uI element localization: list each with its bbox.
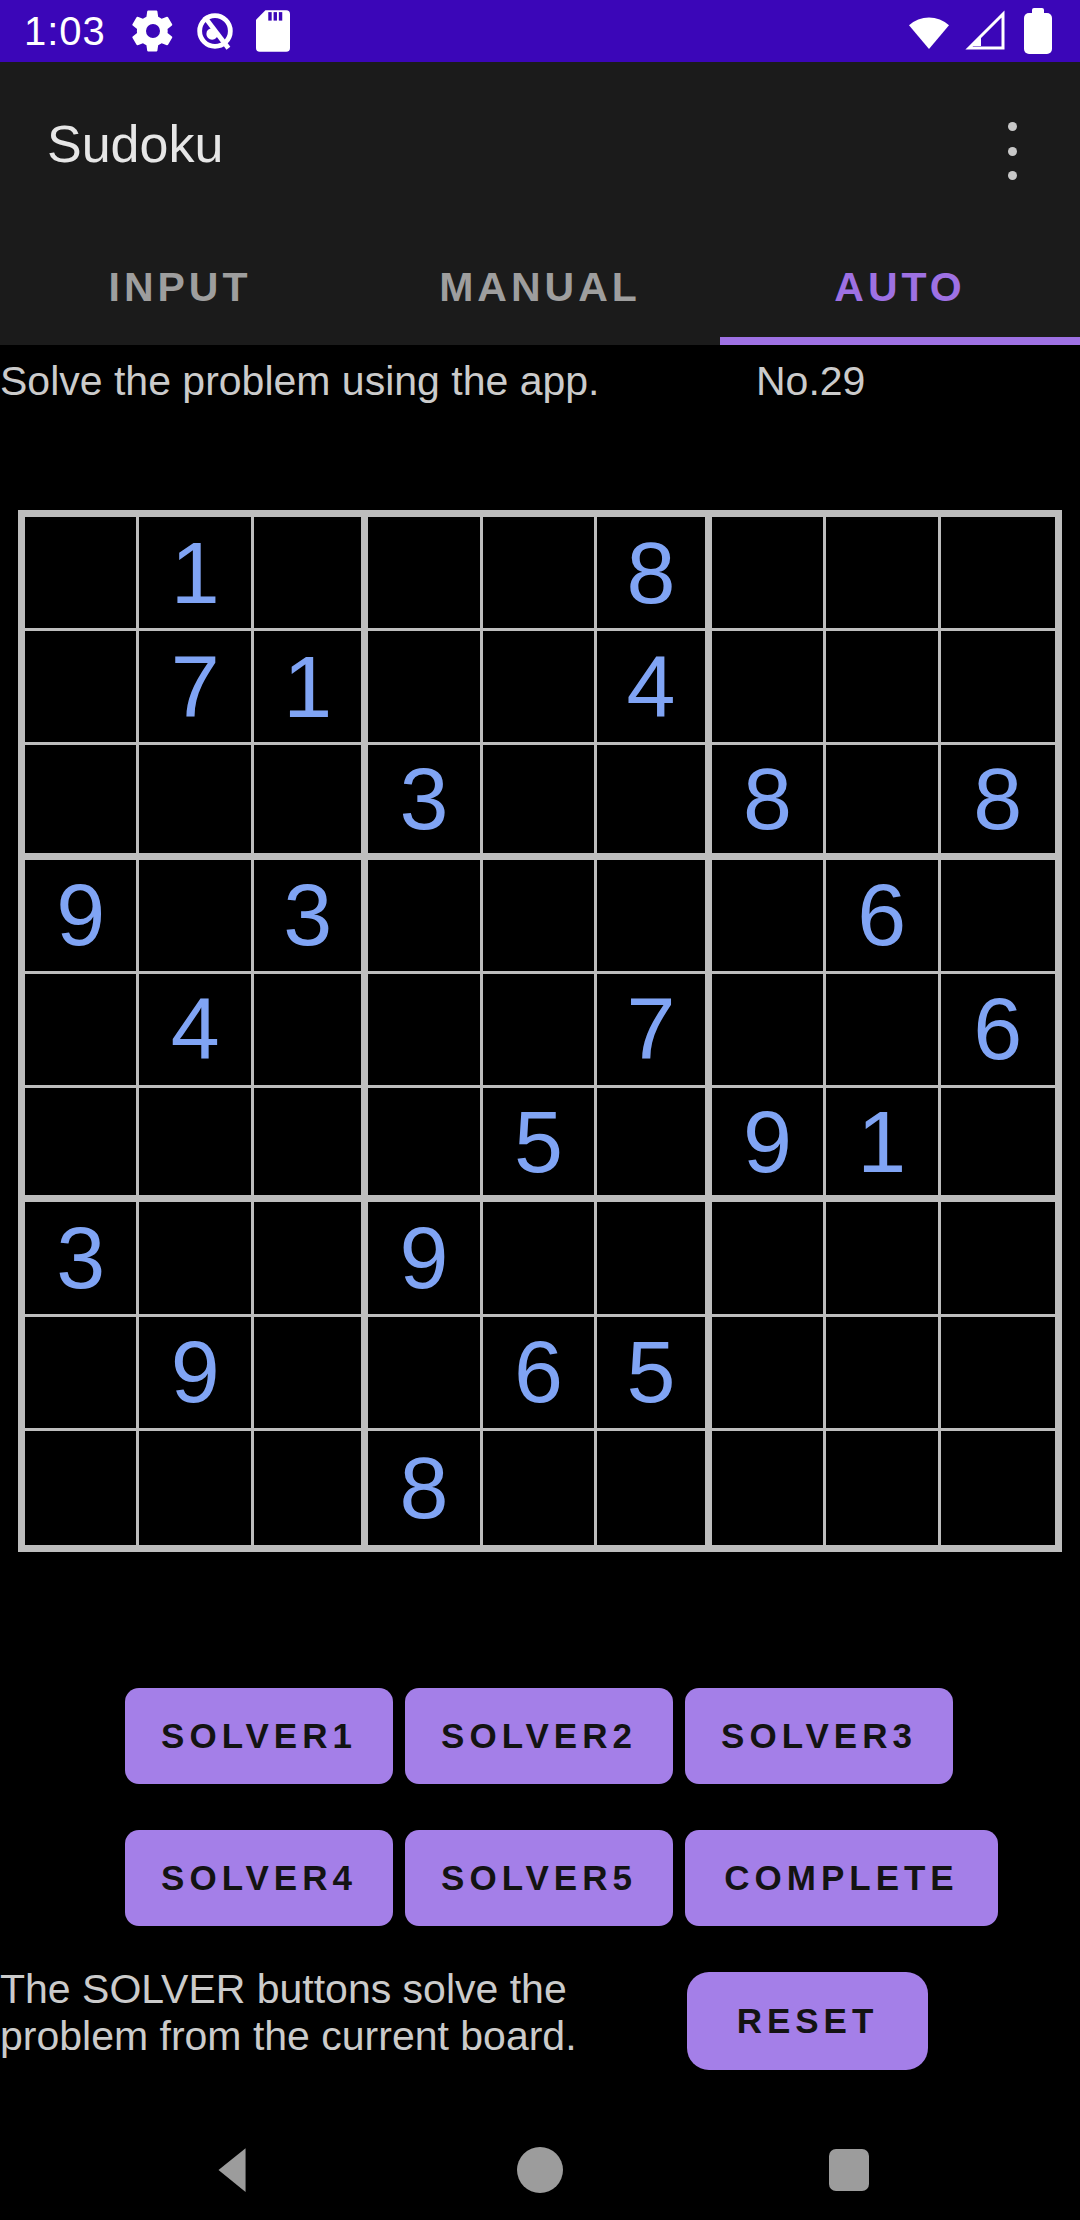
app-header: Sudoku INPUT MANUAL AUTO (0, 62, 1080, 345)
sudoku-cell-r3c3[interactable] (254, 745, 368, 859)
sudoku-cell-r7c3[interactable] (254, 1202, 368, 1316)
wifi-icon (906, 11, 952, 51)
sudoku-cell-r1c1[interactable] (25, 517, 139, 631)
sudoku-cell-r5c1[interactable] (25, 974, 139, 1088)
sudoku-cell-r3c6[interactable] (597, 745, 711, 859)
sudoku-cell-r6c5[interactable]: 5 (483, 1088, 597, 1202)
sudoku-cell-r7c1[interactable]: 3 (25, 1202, 139, 1316)
sudoku-cell-r9c5[interactable] (483, 1431, 597, 1545)
sudoku-cell-r2c2[interactable]: 7 (139, 631, 253, 745)
sudoku-cell-r8c6[interactable]: 5 (597, 1317, 711, 1431)
sudoku-cell-r2c9[interactable] (941, 631, 1055, 745)
tab-bar: INPUT MANUAL AUTO (0, 230, 1080, 345)
overflow-menu-icon[interactable] (992, 120, 1032, 182)
solver-note-text: The SOLVER buttons solve the problem fro… (0, 1966, 577, 2060)
sudoku-cell-r1c7[interactable] (712, 517, 826, 631)
tab-auto[interactable]: AUTO (720, 230, 1080, 345)
sudoku-cell-r1c4[interactable] (368, 517, 482, 631)
sudoku-cell-r9c3[interactable] (254, 1431, 368, 1545)
sudoku-cell-r8c3[interactable] (254, 1317, 368, 1431)
sudoku-cell-r1c3[interactable] (254, 517, 368, 631)
sudoku-cell-r5c3[interactable] (254, 974, 368, 1088)
sudoku-cell-r7c5[interactable] (483, 1202, 597, 1316)
sudoku-cell-r1c5[interactable] (483, 517, 597, 631)
sudoku-cell-r7c7[interactable] (712, 1202, 826, 1316)
sudoku-cell-r7c2[interactable] (139, 1202, 253, 1316)
sudoku-cell-r5c5[interactable] (483, 974, 597, 1088)
sudoku-cell-r3c7[interactable]: 8 (712, 745, 826, 859)
solver-button-row-2: SOLVER4 SOLVER5 COMPLETE (125, 1830, 998, 1926)
sudoku-cell-r3c9[interactable]: 8 (941, 745, 1055, 859)
sudoku-cell-r8c7[interactable] (712, 1317, 826, 1431)
recents-icon[interactable] (809, 2120, 889, 2220)
page-title: Sudoku (47, 114, 223, 174)
active-tab-indicator (720, 337, 1080, 345)
sudoku-cell-r4c4[interactable] (368, 860, 482, 974)
sudoku-cell-r6c4[interactable] (368, 1088, 482, 1202)
sudoku-cell-r6c2[interactable] (139, 1088, 253, 1202)
sudoku-board: 18714388936476591399658 (18, 510, 1062, 1552)
back-icon[interactable] (191, 2120, 271, 2220)
sudoku-cell-r3c1[interactable] (25, 745, 139, 859)
phone-screen: 1:03 Sudoku INPUT MANUAL AUT (0, 0, 1080, 2220)
sudoku-cell-r6c7[interactable]: 9 (712, 1088, 826, 1202)
sudoku-cell-r9c2[interactable] (139, 1431, 253, 1545)
sudoku-cell-r2c7[interactable] (712, 631, 826, 745)
sudoku-cell-r5c2[interactable]: 4 (139, 974, 253, 1088)
sudoku-cell-r4c7[interactable] (712, 860, 826, 974)
complete-button[interactable]: COMPLETE (685, 1830, 998, 1926)
tab-manual[interactable]: MANUAL (360, 230, 720, 345)
sudoku-cell-r6c9[interactable] (941, 1088, 1055, 1202)
home-icon[interactable] (500, 2120, 580, 2220)
sudoku-cell-r6c6[interactable] (597, 1088, 711, 1202)
solver2-button[interactable]: SOLVER2 (405, 1688, 673, 1784)
sudoku-cell-r5c9[interactable]: 6 (941, 974, 1055, 1088)
solver4-button[interactable]: SOLVER4 (125, 1830, 393, 1926)
sudoku-cell-r4c8[interactable]: 6 (826, 860, 940, 974)
battery-icon (1020, 6, 1056, 56)
sudoku-cell-r8c1[interactable] (25, 1317, 139, 1431)
sudoku-cell-r9c1[interactable] (25, 1431, 139, 1545)
sudoku-cell-r7c4[interactable]: 9 (368, 1202, 482, 1316)
sudoku-cell-r2c5[interactable] (483, 631, 597, 745)
sudoku-cell-r5c6[interactable]: 7 (597, 974, 711, 1088)
sudoku-cell-r4c6[interactable] (597, 860, 711, 974)
solver1-button[interactable]: SOLVER1 (125, 1688, 393, 1784)
sudoku-cell-r3c2[interactable] (139, 745, 253, 859)
sudoku-cell-r9c7[interactable] (712, 1431, 826, 1545)
sudoku-cell-r8c5[interactable]: 6 (483, 1317, 597, 1431)
sudoku-cell-r2c8[interactable] (826, 631, 940, 745)
solver5-button[interactable]: SOLVER5 (405, 1830, 673, 1926)
sudoku-cell-r9c4[interactable]: 8 (368, 1431, 482, 1545)
puzzle-number: No.29 (756, 358, 865, 405)
tab-input[interactable]: INPUT (0, 230, 360, 345)
instruction-text: Solve the problem using the app. (0, 358, 599, 405)
sudoku-cell-r1c6[interactable]: 8 (597, 517, 711, 631)
sudoku-cell-r6c1[interactable] (25, 1088, 139, 1202)
sudoku-cell-r4c2[interactable] (139, 860, 253, 974)
sudoku-cell-r4c1[interactable]: 9 (25, 860, 139, 974)
solver3-button[interactable]: SOLVER3 (685, 1688, 953, 1784)
sudoku-cell-r1c9[interactable] (941, 517, 1055, 631)
sudoku-cell-r2c1[interactable] (25, 631, 139, 745)
sudoku-cell-r4c9[interactable] (941, 860, 1055, 974)
clock: 1:03 (24, 9, 106, 54)
sudoku-cell-r4c3[interactable]: 3 (254, 860, 368, 974)
sudoku-cell-r8c2[interactable]: 9 (139, 1317, 253, 1431)
sudoku-cell-r3c8[interactable] (826, 745, 940, 859)
sudoku-cell-r3c5[interactable] (483, 745, 597, 859)
sudoku-cell-r2c4[interactable] (368, 631, 482, 745)
gear-icon (132, 10, 174, 52)
sudoku-cell-r7c9[interactable] (941, 1202, 1055, 1316)
sudoku-cell-r6c8[interactable]: 1 (826, 1088, 940, 1202)
sudoku-cell-r5c8[interactable] (826, 974, 940, 1088)
reset-button[interactable]: RESET (687, 1972, 928, 2070)
solver-button-row-1: SOLVER1 SOLVER2 SOLVER3 (125, 1688, 953, 1784)
android-beta-icon (192, 8, 238, 54)
cell-signal-icon (964, 9, 1008, 53)
android-nav-bar (0, 2120, 1080, 2220)
sudoku-cell-r6c3[interactable] (254, 1088, 368, 1202)
sudoku-cell-r7c8[interactable] (826, 1202, 940, 1316)
sudoku-cell-r5c4[interactable] (368, 974, 482, 1088)
sudoku-cell-r8c8[interactable] (826, 1317, 940, 1431)
sudoku-cell-r4c5[interactable] (483, 860, 597, 974)
sudoku-cell-r7c6[interactable] (597, 1202, 711, 1316)
sudoku-cell-r8c9[interactable] (941, 1317, 1055, 1431)
status-bar: 1:03 (0, 0, 1080, 62)
sudoku-cell-r9c8[interactable] (826, 1431, 940, 1545)
sudoku-cell-r1c8[interactable] (826, 517, 940, 631)
sd-card-icon (256, 8, 290, 54)
sudoku-cell-r1c2[interactable]: 1 (139, 517, 253, 631)
sudoku-cell-r2c3[interactable]: 1 (254, 631, 368, 745)
sudoku-cell-r8c4[interactable] (368, 1317, 482, 1431)
sudoku-cell-r2c6[interactable]: 4 (597, 631, 711, 745)
sudoku-cell-r3c4[interactable]: 3 (368, 745, 482, 859)
sudoku-cell-r9c6[interactable] (597, 1431, 711, 1545)
sudoku-cell-r9c9[interactable] (941, 1431, 1055, 1545)
sudoku-cell-r5c7[interactable] (712, 974, 826, 1088)
